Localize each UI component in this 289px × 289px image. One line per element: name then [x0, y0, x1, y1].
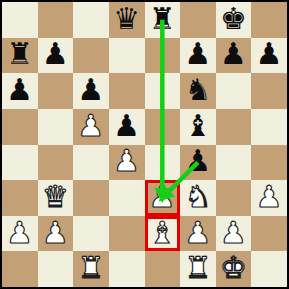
square-b7[interactable]: ♟	[38, 38, 74, 74]
square-d6[interactable]	[109, 73, 145, 109]
black-pawn[interactable]: ♟	[256, 39, 283, 69]
white-rook[interactable]: ♜	[184, 253, 211, 283]
white-pawn[interactable]: ♟	[113, 146, 140, 176]
white-king[interactable]: ♚	[220, 253, 247, 283]
white-pawn[interactable]: ♟	[42, 218, 69, 248]
square-g6[interactable]	[216, 73, 252, 109]
square-c2[interactable]	[73, 216, 109, 252]
board-grid: ♛♜♚♜♟♟♟♟♟♟♞♟♟♝♟♟♛♟♞♟♟♟♝♟♟♜♜♚	[2, 2, 287, 287]
black-pawn[interactable]: ♟	[184, 39, 211, 69]
square-f5[interactable]: ♝	[180, 109, 216, 145]
square-h2[interactable]	[251, 216, 287, 252]
black-rook[interactable]: ♜	[149, 4, 176, 34]
square-h1[interactable]	[251, 251, 287, 287]
white-pawn[interactable]: ♟	[220, 218, 247, 248]
square-g3[interactable]	[216, 180, 252, 216]
square-g1[interactable]: ♚	[216, 251, 252, 287]
square-b5[interactable]	[38, 109, 74, 145]
square-g7[interactable]: ♟	[216, 38, 252, 74]
black-pawn[interactable]: ♟	[184, 146, 211, 176]
square-a8[interactable]	[2, 2, 38, 38]
black-pawn[interactable]: ♟	[78, 75, 105, 105]
square-b2[interactable]: ♟	[38, 216, 74, 252]
square-b4[interactable]	[38, 145, 74, 181]
square-e2[interactable]: ♝	[145, 216, 181, 252]
square-b1[interactable]	[38, 251, 74, 287]
square-g5[interactable]	[216, 109, 252, 145]
square-a5[interactable]	[2, 109, 38, 145]
square-f8[interactable]	[180, 2, 216, 38]
white-pawn[interactable]: ♟	[149, 182, 176, 212]
square-h6[interactable]	[251, 73, 287, 109]
square-a3[interactable]	[2, 180, 38, 216]
square-a1[interactable]	[2, 251, 38, 287]
square-d3[interactable]	[109, 180, 145, 216]
chess-app: ♛♜♚♜♟♟♟♟♟♟♞♟♟♝♟♟♛♟♞♟♟♟♝♟♟♜♜♚	[0, 0, 289, 289]
square-c5[interactable]: ♟	[73, 109, 109, 145]
square-a6[interactable]: ♟	[2, 73, 38, 109]
square-g2[interactable]: ♟	[216, 216, 252, 252]
square-c8[interactable]	[73, 2, 109, 38]
black-queen[interactable]: ♛	[113, 4, 140, 34]
white-bishop[interactable]: ♝	[149, 218, 176, 248]
square-f4[interactable]: ♟	[180, 145, 216, 181]
square-e1[interactable]	[145, 251, 181, 287]
square-f3[interactable]: ♞	[180, 180, 216, 216]
square-c3[interactable]	[73, 180, 109, 216]
square-b3[interactable]: ♛	[38, 180, 74, 216]
square-f6[interactable]: ♞	[180, 73, 216, 109]
square-g8[interactable]: ♚	[216, 2, 252, 38]
black-pawn[interactable]: ♟	[220, 39, 247, 69]
square-c7[interactable]	[73, 38, 109, 74]
white-rook[interactable]: ♜	[78, 253, 105, 283]
square-b6[interactable]	[38, 73, 74, 109]
square-e8[interactable]: ♜	[145, 2, 181, 38]
square-h7[interactable]: ♟	[251, 38, 287, 74]
square-d4[interactable]: ♟	[109, 145, 145, 181]
square-a2[interactable]: ♟	[2, 216, 38, 252]
black-bishop[interactable]: ♝	[184, 111, 211, 141]
black-pawn[interactable]: ♟	[6, 75, 33, 105]
white-pawn[interactable]: ♟	[6, 218, 33, 248]
square-c1[interactable]: ♜	[73, 251, 109, 287]
black-knight[interactable]: ♞	[184, 75, 211, 105]
square-d8[interactable]: ♛	[109, 2, 145, 38]
white-pawn[interactable]: ♟	[78, 111, 105, 141]
square-e5[interactable]	[145, 109, 181, 145]
square-g4[interactable]	[216, 145, 252, 181]
square-e4[interactable]	[145, 145, 181, 181]
square-e7[interactable]	[145, 38, 181, 74]
square-c4[interactable]	[73, 145, 109, 181]
black-rook[interactable]: ♜	[6, 39, 33, 69]
square-a4[interactable]	[2, 145, 38, 181]
square-e6[interactable]	[145, 73, 181, 109]
square-b8[interactable]	[38, 2, 74, 38]
square-h3[interactable]: ♟	[251, 180, 287, 216]
square-c6[interactable]: ♟	[73, 73, 109, 109]
white-pawn[interactable]: ♟	[184, 218, 211, 248]
chess-board: ♛♜♚♜♟♟♟♟♟♟♞♟♟♝♟♟♛♟♞♟♟♟♝♟♟♜♜♚	[0, 0, 289, 289]
square-d1[interactable]	[109, 251, 145, 287]
white-queen[interactable]: ♛	[42, 182, 69, 212]
square-h8[interactable]	[251, 2, 287, 38]
square-e3[interactable]: ♟	[145, 180, 181, 216]
square-h5[interactable]	[251, 109, 287, 145]
square-d7[interactable]	[109, 38, 145, 74]
square-h4[interactable]	[251, 145, 287, 181]
black-pawn[interactable]: ♟	[113, 111, 140, 141]
square-d2[interactable]	[109, 216, 145, 252]
square-d5[interactable]: ♟	[109, 109, 145, 145]
square-f1[interactable]: ♜	[180, 251, 216, 287]
square-a7[interactable]: ♜	[2, 38, 38, 74]
white-knight[interactable]: ♞	[184, 182, 211, 212]
black-king[interactable]: ♚	[220, 4, 247, 34]
white-pawn[interactable]: ♟	[256, 182, 283, 212]
square-f7[interactable]: ♟	[180, 38, 216, 74]
black-pawn[interactable]: ♟	[42, 39, 69, 69]
square-f2[interactable]: ♟	[180, 216, 216, 252]
